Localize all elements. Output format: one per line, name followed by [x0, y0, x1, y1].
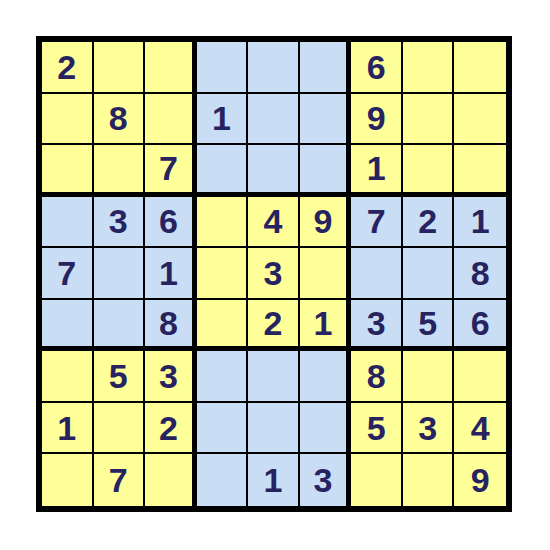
cell-r3c8-empty[interactable]	[403, 145, 455, 197]
cell-r8c3-given-2[interactable]: 2	[145, 403, 197, 455]
cell-r5c1-given-7[interactable]: 7	[42, 248, 94, 300]
cell-r5c4-empty[interactable]	[197, 248, 249, 300]
cell-r1c6-empty[interactable]	[300, 42, 352, 94]
page: 268197136497217138821356538125347139	[0, 0, 550, 550]
cell-r2c4-given-1[interactable]: 1	[197, 94, 249, 146]
cell-r1c9-empty[interactable]	[454, 42, 506, 94]
cell-r3c6-empty[interactable]	[300, 145, 352, 197]
cell-r7c1-empty[interactable]	[42, 351, 94, 403]
cell-r3c5-empty[interactable]	[248, 145, 300, 197]
cell-r7c3-given-3[interactable]: 3	[145, 351, 197, 403]
cell-r4c4-empty[interactable]	[197, 197, 249, 249]
cell-r4c9-given-1[interactable]: 1	[454, 197, 506, 249]
cell-r1c2-empty[interactable]	[94, 42, 146, 94]
cell-r4c7-given-7[interactable]: 7	[351, 197, 403, 249]
cell-r5c5-given-3[interactable]: 3	[248, 248, 300, 300]
cell-r3c2-empty[interactable]	[94, 145, 146, 197]
cell-r8c4-empty[interactable]	[197, 403, 249, 455]
cell-r6c2-empty[interactable]	[94, 300, 146, 352]
cell-r1c7-given-6[interactable]: 6	[351, 42, 403, 94]
cell-r2c3-empty[interactable]	[145, 94, 197, 146]
cell-r9c6-given-3[interactable]: 3	[300, 454, 352, 506]
cell-r6c1-empty[interactable]	[42, 300, 94, 352]
cell-r6c4-empty[interactable]	[197, 300, 249, 352]
cell-r2c9-empty[interactable]	[454, 94, 506, 146]
cell-r8c9-given-4[interactable]: 4	[454, 403, 506, 455]
cell-r6c5-given-2[interactable]: 2	[248, 300, 300, 352]
cell-r2c5-empty[interactable]	[248, 94, 300, 146]
cell-r9c7-empty[interactable]	[351, 454, 403, 506]
cell-r8c5-empty[interactable]	[248, 403, 300, 455]
cell-r4c2-given-3[interactable]: 3	[94, 197, 146, 249]
cell-r9c3-empty[interactable]	[145, 454, 197, 506]
cell-r1c5-empty[interactable]	[248, 42, 300, 94]
cell-r4c3-given-6[interactable]: 6	[145, 197, 197, 249]
cell-r7c8-empty[interactable]	[403, 351, 455, 403]
cell-r9c4-empty[interactable]	[197, 454, 249, 506]
cell-r6c7-given-3[interactable]: 3	[351, 300, 403, 352]
cell-r4c5-given-4[interactable]: 4	[248, 197, 300, 249]
cell-r2c2-given-8[interactable]: 8	[94, 94, 146, 146]
cell-r4c1-empty[interactable]	[42, 197, 94, 249]
cell-r2c1-empty[interactable]	[42, 94, 94, 146]
cell-r5c9-given-8[interactable]: 8	[454, 248, 506, 300]
cell-r7c7-given-8[interactable]: 8	[351, 351, 403, 403]
cell-r1c3-empty[interactable]	[145, 42, 197, 94]
cell-r3c9-empty[interactable]	[454, 145, 506, 197]
cell-r5c7-empty[interactable]	[351, 248, 403, 300]
cell-r5c2-empty[interactable]	[94, 248, 146, 300]
cell-r6c6-given-1[interactable]: 1	[300, 300, 352, 352]
cell-r3c1-empty[interactable]	[42, 145, 94, 197]
cell-r9c9-given-9[interactable]: 9	[454, 454, 506, 506]
cell-r7c5-empty[interactable]	[248, 351, 300, 403]
cell-r5c6-empty[interactable]	[300, 248, 352, 300]
cell-r9c2-given-7[interactable]: 7	[94, 454, 146, 506]
cell-r2c6-empty[interactable]	[300, 94, 352, 146]
cell-r2c8-empty[interactable]	[403, 94, 455, 146]
cell-r8c2-empty[interactable]	[94, 403, 146, 455]
cell-r4c8-given-2[interactable]: 2	[403, 197, 455, 249]
sudoku-board: 268197136497217138821356538125347139	[36, 36, 512, 512]
cell-r5c3-given-1[interactable]: 1	[145, 248, 197, 300]
cell-r7c9-empty[interactable]	[454, 351, 506, 403]
cell-r8c7-given-5[interactable]: 5	[351, 403, 403, 455]
cell-r9c5-given-1[interactable]: 1	[248, 454, 300, 506]
cell-r6c8-given-5[interactable]: 5	[403, 300, 455, 352]
cell-r8c1-given-1[interactable]: 1	[42, 403, 94, 455]
cell-r5c8-empty[interactable]	[403, 248, 455, 300]
cell-r7c6-empty[interactable]	[300, 351, 352, 403]
cell-r3c4-empty[interactable]	[197, 145, 249, 197]
cell-r9c8-empty[interactable]	[403, 454, 455, 506]
cell-r7c4-empty[interactable]	[197, 351, 249, 403]
cell-r7c2-given-5[interactable]: 5	[94, 351, 146, 403]
cell-r8c8-given-3[interactable]: 3	[403, 403, 455, 455]
cell-r6c3-given-8[interactable]: 8	[145, 300, 197, 352]
cell-r8c6-empty[interactable]	[300, 403, 352, 455]
cell-r4c6-given-9[interactable]: 9	[300, 197, 352, 249]
cell-r2c7-given-9[interactable]: 9	[351, 94, 403, 146]
cell-r1c4-empty[interactable]	[197, 42, 249, 94]
cell-r1c8-empty[interactable]	[403, 42, 455, 94]
cell-r1c1-given-2[interactable]: 2	[42, 42, 94, 94]
cell-r9c1-empty[interactable]	[42, 454, 94, 506]
cell-r6c9-given-6[interactable]: 6	[454, 300, 506, 352]
cell-r3c7-given-1[interactable]: 1	[351, 145, 403, 197]
cell-r3c3-given-7[interactable]: 7	[145, 145, 197, 197]
